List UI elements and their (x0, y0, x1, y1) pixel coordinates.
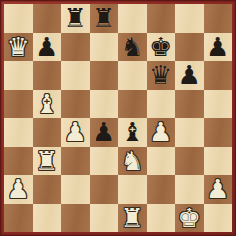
square-e7[interactable]: ♞ (118, 33, 147, 62)
piece-white-queen: ♛ (7, 33, 30, 62)
square-f4[interactable]: ♟ (147, 118, 176, 147)
square-c7[interactable] (61, 33, 90, 62)
piece-white-pawn: ♟ (149, 118, 172, 147)
square-f5[interactable] (147, 90, 176, 119)
piece-black-bishop: ♝ (121, 118, 144, 147)
square-g4[interactable] (175, 118, 204, 147)
square-e2[interactable] (118, 175, 147, 204)
square-a7[interactable]: ♛ (4, 33, 33, 62)
square-f1[interactable] (147, 204, 176, 233)
square-a6[interactable] (4, 61, 33, 90)
square-d4[interactable]: ♟ (90, 118, 119, 147)
piece-black-pawn: ♟ (35, 33, 58, 62)
square-c8[interactable]: ♜ (61, 4, 90, 33)
square-g6[interactable]: ♟ (175, 61, 204, 90)
square-e5[interactable] (118, 90, 147, 119)
piece-white-rook: ♜ (121, 204, 144, 233)
square-f8[interactable] (147, 4, 176, 33)
piece-white-pawn: ♟ (64, 118, 87, 147)
square-c3[interactable] (61, 147, 90, 176)
square-b3[interactable]: ♜ (33, 147, 62, 176)
square-c5[interactable] (61, 90, 90, 119)
square-b2[interactable] (33, 175, 62, 204)
piece-black-pawn: ♟ (178, 61, 201, 90)
square-d6[interactable] (90, 61, 119, 90)
square-h5[interactable] (204, 90, 233, 119)
square-g1[interactable]: ♚ (175, 204, 204, 233)
square-a3[interactable] (4, 147, 33, 176)
square-b5[interactable]: ♝ (33, 90, 62, 119)
square-d5[interactable] (90, 90, 119, 119)
square-f2[interactable] (147, 175, 176, 204)
square-h3[interactable] (204, 147, 233, 176)
piece-black-rook: ♜ (64, 4, 87, 33)
square-g2[interactable] (175, 175, 204, 204)
square-e8[interactable] (118, 4, 147, 33)
square-e3[interactable]: ♞ (118, 147, 147, 176)
piece-white-king: ♚ (178, 204, 201, 233)
square-c4[interactable]: ♟ (61, 118, 90, 147)
piece-black-rook: ♜ (92, 4, 115, 33)
piece-white-knight: ♞ (121, 147, 144, 176)
chess-board: ♜♜♛♟♞♚♟♛♟♝♟♟♝♟♜♞♟♟♜♚ (4, 4, 232, 232)
square-c2[interactable] (61, 175, 90, 204)
piece-white-rook: ♜ (35, 147, 58, 176)
square-f3[interactable] (147, 147, 176, 176)
square-d1[interactable] (90, 204, 119, 233)
square-c6[interactable] (61, 61, 90, 90)
square-d3[interactable] (90, 147, 119, 176)
square-h2[interactable]: ♟ (204, 175, 233, 204)
square-a2[interactable]: ♟ (4, 175, 33, 204)
square-e4[interactable]: ♝ (118, 118, 147, 147)
square-g5[interactable] (175, 90, 204, 119)
square-b8[interactable] (33, 4, 62, 33)
square-b1[interactable] (33, 204, 62, 233)
square-a8[interactable] (4, 4, 33, 33)
piece-white-bishop: ♝ (35, 90, 58, 119)
square-g3[interactable] (175, 147, 204, 176)
square-d2[interactable] (90, 175, 119, 204)
square-g8[interactable] (175, 4, 204, 33)
square-h4[interactable] (204, 118, 233, 147)
piece-white-pawn: ♟ (206, 175, 229, 204)
square-c1[interactable] (61, 204, 90, 233)
square-g7[interactable] (175, 33, 204, 62)
square-f6[interactable]: ♛ (147, 61, 176, 90)
square-h1[interactable] (204, 204, 233, 233)
square-a5[interactable] (4, 90, 33, 119)
piece-black-king: ♚ (149, 33, 172, 62)
piece-black-knight: ♞ (121, 33, 144, 62)
square-a1[interactable] (4, 204, 33, 233)
square-e6[interactable] (118, 61, 147, 90)
square-a4[interactable] (4, 118, 33, 147)
piece-black-pawn: ♟ (206, 33, 229, 62)
square-d7[interactable] (90, 33, 119, 62)
square-h8[interactable] (204, 4, 233, 33)
square-h6[interactable] (204, 61, 233, 90)
square-e1[interactable]: ♜ (118, 204, 147, 233)
square-b6[interactable] (33, 61, 62, 90)
square-b7[interactable]: ♟ (33, 33, 62, 62)
square-h7[interactable]: ♟ (204, 33, 233, 62)
piece-white-pawn: ♟ (7, 175, 30, 204)
square-d8[interactable]: ♜ (90, 4, 119, 33)
piece-black-pawn: ♟ (92, 118, 115, 147)
square-b4[interactable] (33, 118, 62, 147)
square-f7[interactable]: ♚ (147, 33, 176, 62)
piece-black-queen: ♛ (149, 61, 172, 90)
chess-board-frame: ♜♜♛♟♞♚♟♛♟♝♟♟♝♟♜♞♟♟♜♚ (0, 0, 236, 236)
